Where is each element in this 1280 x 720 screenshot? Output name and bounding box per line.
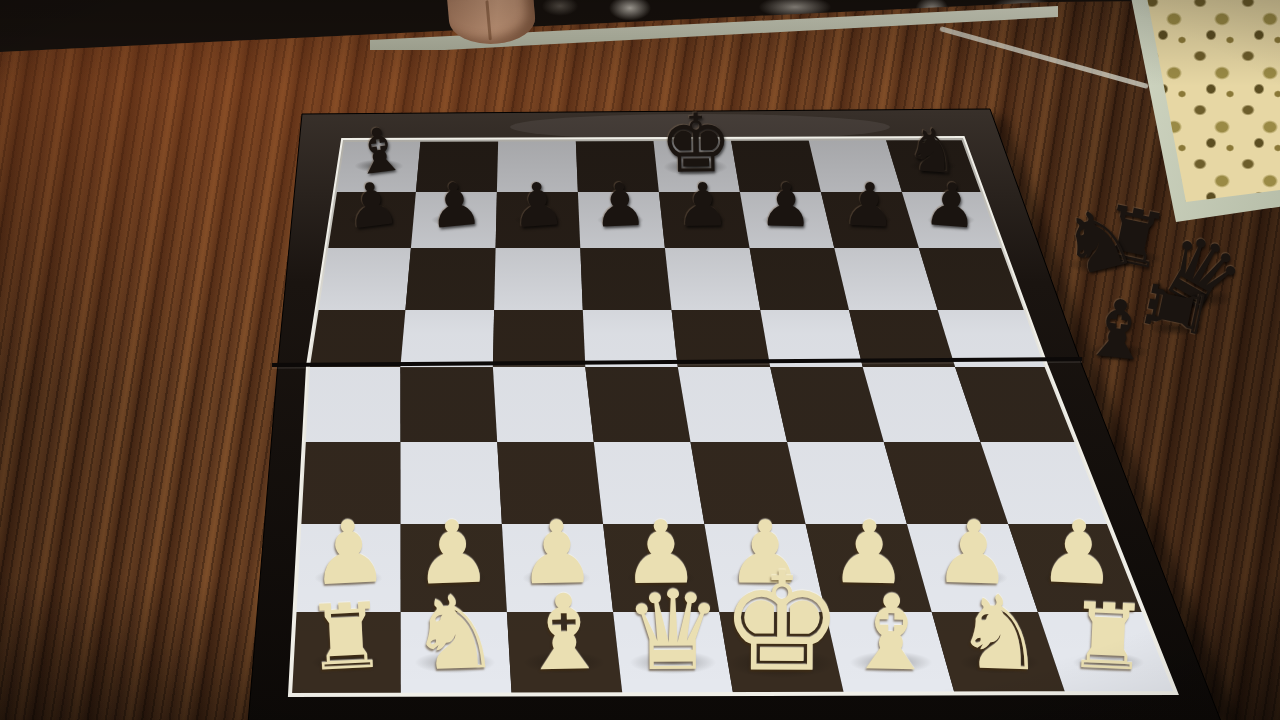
piece-white-r-h1[interactable]: ♜ (1066, 590, 1151, 684)
piece-black-p-c7[interactable]: ♟ (509, 173, 567, 237)
piece-black-p-e7[interactable]: ♟ (676, 175, 730, 236)
piece-black-p-b7[interactable]: ♟ (425, 173, 484, 238)
piece-black-p-f7[interactable]: ♟ (758, 175, 813, 236)
piece-white-b-f1[interactable]: ♝ (843, 579, 938, 685)
piece-white-n-b1[interactable]: ♞ (408, 580, 503, 685)
piece-white-b-c1[interactable]: ♝ (516, 579, 611, 685)
piece-black-p-g7[interactable]: ♟ (840, 174, 897, 236)
piece-black-p-a7[interactable]: ♟ (342, 172, 403, 238)
captured-black-b-4[interactable]: ♝ (1078, 287, 1158, 374)
piece-black-p-h7[interactable]: ♟ (922, 173, 980, 237)
piece-white-q-d1[interactable]: ♛ (623, 575, 722, 686)
piece-white-n-g1[interactable]: ♞ (952, 580, 1047, 685)
piece-white-k-e1[interactable]: ♚ (720, 553, 844, 691)
photo-scene: ♝♚♞♟♟♟♟♟♟♟♟♜♞♛♜♝♟♟♟♟♟♟♟♟♜♞♝♛♚♝♞♜ (0, 0, 1280, 720)
pieces-layer: ♝♚♞♟♟♟♟♟♟♟♟♜♞♛♜♝♟♟♟♟♟♟♟♟♜♞♝♛♚♝♞♜ (0, 0, 1280, 720)
piece-black-p-d7[interactable]: ♟ (592, 174, 648, 236)
piece-white-r-a1[interactable]: ♜ (304, 590, 389, 684)
